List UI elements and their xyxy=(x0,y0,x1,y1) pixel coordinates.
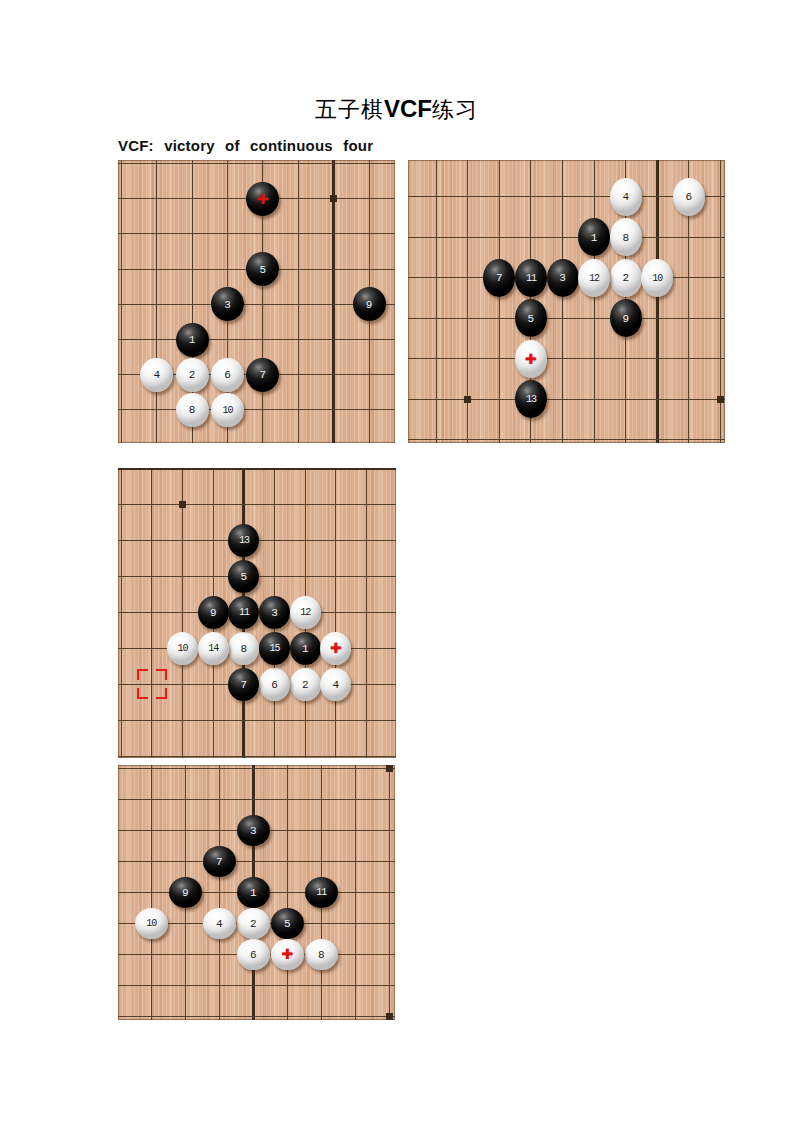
grid-line xyxy=(355,765,356,1020)
move-number: 1 xyxy=(189,335,196,346)
grid-line xyxy=(408,439,725,440)
grid-line xyxy=(118,756,396,757)
grid-line xyxy=(287,765,288,1020)
move-number: 9 xyxy=(182,887,189,898)
grid-line xyxy=(366,468,367,758)
stone-black-11: 11 xyxy=(305,877,338,908)
stone-black-3: 3 xyxy=(237,815,270,846)
move-number: 15 xyxy=(270,644,280,654)
grid-line xyxy=(594,160,595,443)
grid-line xyxy=(335,468,336,758)
stone-black-7: 7 xyxy=(246,358,279,392)
bracket-marker xyxy=(137,669,167,699)
move-number: 8 xyxy=(189,405,196,416)
grid-line xyxy=(298,160,299,443)
move-number: 2 xyxy=(302,679,309,690)
stone-white-4: 4 xyxy=(320,668,351,701)
bracket-corner xyxy=(156,688,167,699)
move-number: 6 xyxy=(250,949,257,960)
stone-white-6: 6 xyxy=(259,668,290,701)
move-number: 4 xyxy=(333,679,340,690)
move-number: 3 xyxy=(250,825,257,836)
stone-black-9: 9 xyxy=(198,596,229,629)
move-number: 5 xyxy=(528,313,535,324)
grid-line xyxy=(118,339,395,340)
grid-line xyxy=(219,765,220,1020)
stone-black-1: 1 xyxy=(237,877,270,908)
move-number: 1 xyxy=(591,232,598,243)
grid-line xyxy=(562,160,563,443)
move-number: 7 xyxy=(260,370,267,381)
move-number: 7 xyxy=(496,273,503,284)
move-number: 6 xyxy=(224,370,231,381)
grid-line xyxy=(118,233,395,234)
move-number: 8 xyxy=(622,232,629,243)
stone-black-1: 1 xyxy=(290,632,321,665)
stone-black-5: 5 xyxy=(271,908,304,939)
grid-line xyxy=(118,799,395,800)
board-1: 12345678910✚ xyxy=(118,160,395,443)
stone-black-15: 15 xyxy=(259,632,290,665)
stone-black-1: 1 xyxy=(176,323,209,357)
grid-line xyxy=(408,358,725,359)
stone-black-13: 13 xyxy=(228,524,259,557)
stone-white-cross-marked: ✚ xyxy=(320,632,351,665)
subtitle: VCF: victory of continuous four xyxy=(118,137,373,154)
stone-white-6: 6 xyxy=(237,939,270,970)
grid-line xyxy=(118,409,395,410)
board-2: 12345678910111213✚ xyxy=(408,160,725,443)
stone-white-8: 8 xyxy=(610,218,642,256)
star-point xyxy=(330,195,337,202)
red-cross-mark-icon: ✚ xyxy=(281,947,293,961)
move-number: 10 xyxy=(146,919,156,929)
stone-black-5: 5 xyxy=(246,252,279,286)
stone-white-12: 12 xyxy=(290,596,321,629)
title-cjk-prefix: 五子棋 xyxy=(315,97,384,122)
stone-white-4: 4 xyxy=(203,908,236,939)
stone-black-1: 1 xyxy=(578,218,610,256)
stone-white-4: 4 xyxy=(140,358,173,392)
move-number: 9 xyxy=(210,607,217,618)
stone-black-9: 9 xyxy=(353,287,386,321)
stone-black-cross-marked: ✚ xyxy=(246,182,279,216)
move-number: 3 xyxy=(559,273,566,284)
stone-black-9: 9 xyxy=(610,299,642,337)
stone-white-2: 2 xyxy=(176,358,209,392)
grid-line xyxy=(118,861,395,862)
grid-line xyxy=(156,160,157,443)
stone-black-11: 11 xyxy=(228,596,259,629)
grid-line xyxy=(118,504,396,505)
move-number: 6 xyxy=(271,679,278,690)
move-number: 1 xyxy=(250,887,257,898)
grid-line xyxy=(118,1016,395,1017)
move-number: 2 xyxy=(189,370,196,381)
grid-line xyxy=(332,160,335,443)
stone-white-14: 14 xyxy=(198,632,229,665)
title-vcf: VCF xyxy=(384,95,432,122)
red-cross-mark-icon: ✚ xyxy=(330,641,342,655)
red-cross-mark-icon: ✚ xyxy=(257,192,269,206)
move-number: 12 xyxy=(300,608,310,618)
move-number: 4 xyxy=(216,918,223,929)
grid-line xyxy=(121,160,122,443)
stone-black-7: 7 xyxy=(203,846,236,877)
stone-white-10: 10 xyxy=(135,908,168,939)
move-number: 10 xyxy=(652,273,662,283)
bracket-corner xyxy=(137,669,148,680)
stone-black-11: 11 xyxy=(515,259,547,297)
stone-white-8: 8 xyxy=(305,939,338,970)
grid-line xyxy=(436,160,437,443)
move-number: 11 xyxy=(316,888,326,898)
star-point xyxy=(464,396,471,403)
stone-white-cross-marked: ✚ xyxy=(271,939,304,970)
move-number: 5 xyxy=(260,264,267,275)
move-number: 11 xyxy=(239,608,249,618)
move-number: 7 xyxy=(216,856,223,867)
stone-black-3: 3 xyxy=(211,287,244,321)
move-number: 14 xyxy=(208,644,218,654)
grid-line xyxy=(151,468,152,758)
stone-black-7: 7 xyxy=(483,259,515,297)
move-number: 6 xyxy=(686,192,693,203)
board-4: 1234567891011✚ xyxy=(118,765,395,1020)
stone-white-12: 12 xyxy=(578,259,610,297)
stone-white-2: 2 xyxy=(237,908,270,939)
stone-white-10: 10 xyxy=(211,393,244,427)
star-point xyxy=(179,501,186,508)
grid-line xyxy=(499,160,500,443)
stone-black-5: 5 xyxy=(515,299,547,337)
grid-line xyxy=(118,768,395,769)
grid-line xyxy=(118,985,395,986)
move-number: 13 xyxy=(526,395,536,405)
move-number: 4 xyxy=(622,192,629,203)
move-number: 1 xyxy=(302,643,309,654)
move-number: 2 xyxy=(622,273,629,284)
star-point xyxy=(386,1013,393,1020)
move-number: 2 xyxy=(250,918,257,929)
grid-line xyxy=(118,163,395,164)
grid-line xyxy=(118,720,396,721)
bracket-corner xyxy=(156,669,167,680)
document-page: 五子棋VCF练习 VCF: victory of continuous four… xyxy=(0,0,793,1122)
move-number: 13 xyxy=(239,536,249,546)
move-number: 7 xyxy=(241,679,248,690)
stone-white-2: 2 xyxy=(610,259,642,297)
stone-black-3: 3 xyxy=(259,596,290,629)
move-number: 8 xyxy=(318,949,325,960)
grid-line xyxy=(408,318,725,319)
grid-line xyxy=(151,765,152,1020)
grid-line xyxy=(121,468,122,758)
stone-black-13: 13 xyxy=(515,380,547,418)
move-number: 5 xyxy=(241,571,248,582)
move-number: 4 xyxy=(153,370,160,381)
move-number: 3 xyxy=(271,607,278,618)
bracket-corner xyxy=(137,688,148,699)
red-cross-mark-icon: ✚ xyxy=(525,352,537,366)
grid-line xyxy=(656,160,659,443)
stone-black-7: 7 xyxy=(228,668,259,701)
move-number: 10 xyxy=(178,644,188,654)
star-point xyxy=(717,396,724,403)
move-number: 11 xyxy=(526,273,536,283)
stone-white-2: 2 xyxy=(290,668,321,701)
stone-white-6: 6 xyxy=(673,178,705,216)
move-number: 9 xyxy=(622,313,629,324)
stone-white-8: 8 xyxy=(176,393,209,427)
grid-line xyxy=(408,237,725,238)
stone-white-4: 4 xyxy=(610,178,642,216)
move-number: 8 xyxy=(241,643,248,654)
move-number: 5 xyxy=(284,918,291,929)
star-point xyxy=(386,765,393,772)
move-number: 10 xyxy=(222,405,232,415)
stone-black-9: 9 xyxy=(169,877,202,908)
grid-line xyxy=(408,399,725,400)
stone-black-3: 3 xyxy=(547,259,579,297)
grid-line xyxy=(389,765,390,1020)
title-cjk-suffix: 练习 xyxy=(432,97,478,122)
stone-black-5: 5 xyxy=(228,560,259,593)
stone-white-10: 10 xyxy=(641,259,673,297)
grid-line xyxy=(118,468,396,470)
stone-white-8: 8 xyxy=(228,632,259,665)
move-number: 3 xyxy=(224,299,231,310)
page-title: 五子棋VCF练习 xyxy=(0,94,793,125)
stone-white-6: 6 xyxy=(211,358,244,392)
stone-white-cross-marked: ✚ xyxy=(515,340,547,378)
grid-line xyxy=(182,468,183,758)
move-number: 12 xyxy=(589,273,599,283)
stone-white-10: 10 xyxy=(167,632,198,665)
move-number: 9 xyxy=(366,299,373,310)
board-3: 123456789101112131415✚ xyxy=(118,468,396,758)
